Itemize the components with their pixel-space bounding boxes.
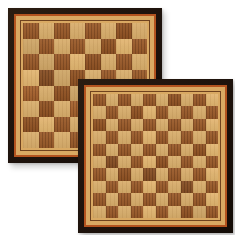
light-square (39, 117, 55, 133)
light-square (118, 131, 131, 143)
dark-square (106, 156, 119, 168)
dark-square (106, 181, 119, 193)
light-square (118, 106, 131, 118)
light-square (181, 168, 194, 180)
light-square (23, 70, 39, 86)
dark-square (156, 181, 169, 193)
light-square (168, 106, 181, 118)
dark-square (106, 206, 119, 218)
light-square (168, 206, 181, 218)
dark-square (131, 206, 144, 218)
light-square (93, 156, 106, 168)
light-square (54, 70, 70, 86)
light-square (93, 206, 106, 218)
light-square (106, 168, 119, 180)
dark-square (101, 39, 117, 55)
dark-square (143, 94, 156, 106)
light-square (206, 193, 219, 205)
dark-square (54, 23, 70, 39)
light-square (70, 54, 86, 70)
dark-square (39, 101, 55, 117)
light-square (168, 131, 181, 143)
dark-square (168, 119, 181, 131)
light-square (131, 168, 144, 180)
dark-square (168, 193, 181, 205)
light-square (54, 39, 70, 55)
light-square (131, 119, 144, 131)
dark-square (143, 193, 156, 205)
light-square (143, 106, 156, 118)
dark-square (39, 70, 55, 86)
dark-square (116, 54, 132, 70)
dark-square (156, 206, 169, 218)
dark-square (181, 156, 194, 168)
light-square (193, 131, 206, 143)
light-square (54, 101, 70, 117)
dark-square (131, 156, 144, 168)
dark-square (93, 94, 106, 106)
dark-square (206, 106, 219, 118)
light-square (156, 94, 169, 106)
light-square (131, 94, 144, 106)
light-square (131, 193, 144, 205)
light-square (143, 131, 156, 143)
light-square (101, 54, 117, 70)
light-square (143, 206, 156, 218)
light-square (39, 54, 55, 70)
light-square (118, 206, 131, 218)
light-square (93, 131, 106, 143)
light-square (156, 144, 169, 156)
dark-square (93, 168, 106, 180)
dark-square (131, 181, 144, 193)
light-square (93, 106, 106, 118)
light-square (193, 106, 206, 118)
light-square (118, 181, 131, 193)
dark-square (118, 144, 131, 156)
light-square (132, 23, 148, 39)
light-square (206, 144, 219, 156)
light-square (181, 119, 194, 131)
dark-square (193, 144, 206, 156)
draughts-board-grid (93, 94, 218, 218)
light-square (23, 39, 39, 55)
dark-square (193, 168, 206, 180)
dark-square (132, 39, 148, 55)
light-square (168, 156, 181, 168)
dark-square (118, 168, 131, 180)
dark-square (54, 54, 70, 70)
light-square (85, 39, 101, 55)
product-photo (0, 0, 235, 235)
dark-square (23, 86, 39, 102)
light-square (193, 206, 206, 218)
light-square (106, 144, 119, 156)
light-square (54, 132, 70, 148)
light-square (206, 119, 219, 131)
dark-square (156, 156, 169, 168)
dark-square (106, 131, 119, 143)
tan-border (86, 87, 225, 225)
draughts-board-10x10 (78, 79, 233, 233)
light-square (39, 23, 55, 39)
dark-square (131, 131, 144, 143)
light-square (143, 156, 156, 168)
pinstripe-field-border (90, 91, 221, 221)
dark-square (206, 181, 219, 193)
light-square (156, 168, 169, 180)
light-square (143, 181, 156, 193)
light-square (118, 156, 131, 168)
dark-square (206, 131, 219, 143)
dark-square (106, 106, 119, 118)
dark-square (93, 144, 106, 156)
dark-square (85, 54, 101, 70)
light-square (156, 119, 169, 131)
dark-square (168, 94, 181, 106)
light-square (193, 181, 206, 193)
dark-square (54, 117, 70, 133)
light-square (70, 23, 86, 39)
light-square (168, 181, 181, 193)
dark-square (85, 23, 101, 39)
dark-square (193, 193, 206, 205)
light-square (106, 94, 119, 106)
dark-square (181, 181, 194, 193)
dark-square (131, 106, 144, 118)
light-square (132, 54, 148, 70)
light-square (23, 101, 39, 117)
dark-square (156, 106, 169, 118)
light-square (23, 132, 39, 148)
light-square (193, 156, 206, 168)
light-square (181, 193, 194, 205)
dark-square (206, 206, 219, 218)
dark-square (143, 168, 156, 180)
terracotta-trim (84, 85, 227, 227)
light-square (181, 94, 194, 106)
light-square (106, 193, 119, 205)
dark-square (118, 94, 131, 106)
dark-square (39, 39, 55, 55)
dark-square (23, 54, 39, 70)
dark-square (23, 117, 39, 133)
dark-square (193, 94, 206, 106)
light-square (131, 144, 144, 156)
dark-square (39, 132, 55, 148)
dark-square (181, 206, 194, 218)
dark-square (206, 156, 219, 168)
dark-square (118, 193, 131, 205)
dark-square (118, 119, 131, 131)
dark-square (168, 168, 181, 180)
light-square (181, 144, 194, 156)
dark-square (23, 23, 39, 39)
dark-square (54, 86, 70, 102)
dark-square (116, 23, 132, 39)
dark-square (193, 119, 206, 131)
dark-square (181, 106, 194, 118)
dark-square (70, 39, 86, 55)
light-square (156, 193, 169, 205)
dark-square (168, 144, 181, 156)
dark-square (181, 131, 194, 143)
dark-square (143, 119, 156, 131)
black-frame (78, 79, 233, 233)
light-square (206, 94, 219, 106)
dark-square (93, 193, 106, 205)
dark-square (156, 131, 169, 143)
light-square (39, 86, 55, 102)
dark-square (93, 119, 106, 131)
dark-square (143, 144, 156, 156)
light-square (206, 168, 219, 180)
light-square (101, 23, 117, 39)
light-square (106, 119, 119, 131)
light-square (116, 39, 132, 55)
light-square (93, 181, 106, 193)
